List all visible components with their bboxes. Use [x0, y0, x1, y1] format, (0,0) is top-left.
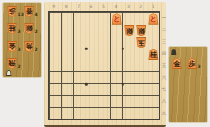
gote-hand-count-gold: 3	[18, 48, 21, 53]
file-label-4: 4	[110, 4, 122, 11]
piece-glyph: 玉	[136, 37, 147, 49]
star-point	[85, 47, 87, 49]
gote-hand-count-lance: 4	[35, 13, 38, 18]
rank-label-9: 九	[161, 108, 168, 120]
gote-hand-count-knight: 3	[18, 30, 21, 35]
piece-glyph: 桂	[7, 23, 17, 34]
sente-player-icon	[171, 49, 177, 55]
sente-piece-tokin[interactable]: と	[111, 13, 122, 25]
gote-piece-knight[interactable]: 桂	[7, 23, 17, 34]
shogi-board-panel: 987654321 一二三四五六七八九 とと銀銀玉桂	[44, 2, 166, 127]
piece-glyph: と	[111, 13, 122, 25]
file-label-6: 6	[85, 4, 97, 11]
rank-label-8: 八	[161, 96, 168, 108]
gote-hand-count-silver: 2	[35, 30, 38, 35]
gote-hand-count-pawn: 13	[18, 13, 24, 18]
piece-glyph: と	[148, 13, 159, 25]
rank-label-6: 六	[161, 72, 168, 84]
file-label-9: 9	[48, 4, 60, 11]
star-point	[85, 83, 87, 85]
piece-glyph: 飛	[7, 58, 17, 69]
file-label-5: 5	[97, 4, 109, 11]
sente-hand-count-pawn: 3	[198, 65, 201, 70]
gote-player-icon	[6, 70, 12, 76]
star-point	[122, 47, 124, 49]
gote-piece-silver[interactable]: 銀	[136, 25, 147, 37]
rank-label-3: 三	[161, 35, 168, 47]
gote-piece-king[interactable]: 玉	[136, 37, 147, 49]
file-labels: 987654321	[48, 4, 160, 11]
board-grid[interactable]: とと銀銀玉桂	[48, 11, 160, 120]
piece-glyph: 金	[172, 58, 182, 69]
sente-piece-gold[interactable]: 金	[172, 58, 182, 69]
file-label-2: 2	[135, 4, 147, 11]
piece-glyph: 桂	[148, 49, 159, 61]
gote-piece-bishop[interactable]: 角	[24, 41, 34, 52]
sente-piece-pawn[interactable]: 歩	[187, 58, 197, 69]
piece-glyph: 銀	[124, 25, 135, 37]
gote-piece-lance[interactable]: 香	[24, 6, 34, 17]
rank-label-2: 二	[161, 23, 168, 35]
piece-glyph: 香	[24, 6, 34, 17]
piece-glyph: 金	[7, 41, 17, 52]
rank-label-4: 四	[161, 47, 168, 59]
piece-glyph: 角	[24, 41, 34, 52]
gote-piece-rook[interactable]: 飛	[7, 58, 17, 69]
file-label-8: 8	[60, 4, 72, 11]
gote-hand-count-rook: 2	[18, 65, 21, 70]
gote-piece-silver[interactable]: 銀	[124, 25, 135, 37]
gote-hand-tray: 歩13香4桂3銀2金3角2飛2	[2, 2, 42, 78]
gote-piece-pawn[interactable]: 歩	[7, 6, 17, 17]
rank-labels: 一二三四五六七八九	[161, 11, 168, 120]
file-label-7: 7	[72, 4, 84, 11]
star-point	[122, 83, 124, 85]
gote-piece-gold[interactable]: 金	[7, 41, 17, 52]
sente-piece-tokin[interactable]: と	[148, 13, 159, 25]
file-label-3: 3	[122, 4, 134, 11]
rank-label-1: 一	[161, 11, 168, 23]
shogi-diagram: 歩13香4桂3銀2金3角2飛2 987654321 一二三四五六七八九 とと銀銀…	[0, 0, 210, 127]
piece-glyph: 歩	[187, 58, 197, 69]
piece-glyph: 銀	[136, 25, 147, 37]
gote-hand-count-bishop: 2	[35, 48, 38, 53]
piece-glyph: 銀	[24, 23, 34, 34]
rank-label-7: 七	[161, 84, 168, 96]
file-label-1: 1	[147, 4, 159, 11]
rank-label-5: 五	[161, 59, 168, 71]
gote-piece-silver[interactable]: 銀	[24, 23, 34, 34]
piece-glyph: 歩	[7, 6, 17, 17]
sente-piece-knight[interactable]: 桂	[148, 49, 159, 61]
sente-hand-tray: 金歩3	[168, 46, 208, 123]
